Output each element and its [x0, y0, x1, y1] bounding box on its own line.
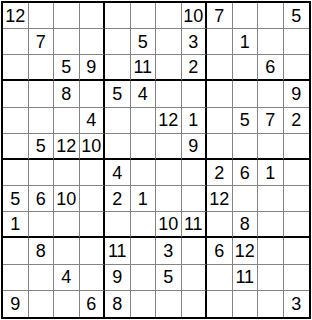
- cell-r6c3[interactable]: 12: [54, 134, 80, 160]
- cell-r11c10[interactable]: 11: [233, 265, 259, 291]
- cell-r12c4[interactable]: 6: [80, 291, 106, 317]
- cell-r5c8[interactable]: 1: [182, 108, 208, 134]
- cell-r6c12[interactable]: [284, 134, 310, 160]
- cell-r1c7[interactable]: [156, 3, 182, 29]
- cell-r7c10[interactable]: 6: [233, 160, 259, 186]
- cell-r2c3[interactable]: [54, 29, 80, 55]
- cell-r3c11[interactable]: 6: [258, 55, 284, 81]
- cell-r3c1[interactable]: [3, 55, 29, 81]
- cell-r2c12[interactable]: [284, 29, 310, 55]
- cell-r4c4[interactable]: [80, 81, 106, 107]
- cell-r4c5[interactable]: 5: [105, 81, 131, 107]
- cell-r1c1[interactable]: 12: [3, 3, 29, 29]
- cell-r1c5[interactable]: [105, 3, 131, 29]
- cell-r6c2[interactable]: 5: [29, 134, 55, 160]
- cell-r6c11[interactable]: [258, 134, 284, 160]
- cell-r5c10[interactable]: 5: [233, 108, 259, 134]
- cell-r4c1[interactable]: [3, 81, 29, 107]
- cell-r6c8[interactable]: 9: [182, 134, 208, 160]
- cell-r4c3[interactable]: 8: [54, 81, 80, 107]
- cell-r10c4[interactable]: [80, 238, 106, 264]
- cell-r12c7[interactable]: [156, 291, 182, 317]
- cell-r1c2[interactable]: [29, 3, 55, 29]
- cell-r1c10[interactable]: [233, 3, 259, 29]
- cell-r1c4[interactable]: [80, 3, 106, 29]
- cell-r12c11[interactable]: [258, 291, 284, 317]
- cell-r2c10[interactable]: 1: [233, 29, 259, 55]
- cell-r9c3[interactable]: [54, 212, 80, 238]
- cell-r3c10[interactable]: [233, 55, 259, 81]
- cell-r8c2[interactable]: 6: [29, 186, 55, 212]
- cell-r6c10[interactable]: [233, 134, 259, 160]
- cell-r3c4[interactable]: 9: [80, 55, 106, 81]
- cell-r2c9[interactable]: [207, 29, 233, 55]
- cell-r9c2[interactable]: [29, 212, 55, 238]
- cell-r9c5[interactable]: [105, 212, 131, 238]
- cell-r10c9[interactable]: 6: [207, 238, 233, 264]
- cell-r4c9[interactable]: [207, 81, 233, 107]
- cell-r12c2[interactable]: [29, 291, 55, 317]
- cell-r9c10[interactable]: 8: [233, 212, 259, 238]
- cell-r2c11[interactable]: [258, 29, 284, 55]
- cell-r12c1[interactable]: 9: [3, 291, 29, 317]
- cell-r6c4[interactable]: 10: [80, 134, 106, 160]
- cell-r10c3[interactable]: [54, 238, 80, 264]
- cell-r2c1[interactable]: [3, 29, 29, 55]
- cell-r3c5[interactable]: [105, 55, 131, 81]
- cell-r11c7[interactable]: 5: [156, 265, 182, 291]
- cell-r8c5[interactable]: 2: [105, 186, 131, 212]
- cell-r6c7[interactable]: [156, 134, 182, 160]
- cell-r8c12[interactable]: [284, 186, 310, 212]
- cell-r7c11[interactable]: 1: [258, 160, 284, 186]
- cell-r9c12[interactable]: [284, 212, 310, 238]
- cell-r3c2[interactable]: [29, 55, 55, 81]
- cell-r8c11[interactable]: [258, 186, 284, 212]
- cell-r11c1[interactable]: [3, 265, 29, 291]
- cell-r10c10[interactable]: 12: [233, 238, 259, 264]
- cell-r6c6[interactable]: [131, 134, 157, 160]
- cell-r3c7[interactable]: [156, 55, 182, 81]
- cell-r10c12[interactable]: [284, 238, 310, 264]
- cell-r12c10[interactable]: [233, 291, 259, 317]
- cell-r5c11[interactable]: 7: [258, 108, 284, 134]
- cell-r5c9[interactable]: [207, 108, 233, 134]
- cell-r12c9[interactable]: [207, 291, 233, 317]
- cell-r3c3[interactable]: 5: [54, 55, 80, 81]
- cell-r9c4[interactable]: [80, 212, 106, 238]
- cell-r5c4[interactable]: 4: [80, 108, 106, 134]
- cell-r8c7[interactable]: [156, 186, 182, 212]
- cell-r7c8[interactable]: [182, 160, 208, 186]
- cell-r10c7[interactable]: 3: [156, 238, 182, 264]
- cell-r11c3[interactable]: 4: [54, 265, 80, 291]
- cell-r12c12[interactable]: 3: [284, 291, 310, 317]
- cell-r2c6[interactable]: 5: [131, 29, 157, 55]
- cell-r2c2[interactable]: 7: [29, 29, 55, 55]
- cell-r9c7[interactable]: 10: [156, 212, 182, 238]
- cell-r8c3[interactable]: 10: [54, 186, 80, 212]
- cell-r2c7[interactable]: [156, 29, 182, 55]
- cell-r6c5[interactable]: [105, 134, 131, 160]
- cell-r6c1[interactable]: [3, 134, 29, 160]
- cell-r4c12[interactable]: 9: [284, 81, 310, 107]
- cell-r1c8[interactable]: 10: [182, 3, 208, 29]
- cell-r10c5[interactable]: 11: [105, 238, 131, 264]
- cell-r1c3[interactable]: [54, 3, 80, 29]
- cell-r10c1[interactable]: [3, 238, 29, 264]
- cell-r7c4[interactable]: [80, 160, 106, 186]
- cell-r8c9[interactable]: 12: [207, 186, 233, 212]
- cell-r10c6[interactable]: [131, 238, 157, 264]
- cell-r11c12[interactable]: [284, 265, 310, 291]
- cell-r5c3[interactable]: [54, 108, 80, 134]
- cell-r5c6[interactable]: [131, 108, 157, 134]
- cell-r11c9[interactable]: [207, 265, 233, 291]
- cell-r12c8[interactable]: [182, 291, 208, 317]
- cell-r3c6[interactable]: 11: [131, 55, 157, 81]
- cell-r1c9[interactable]: 7: [207, 3, 233, 29]
- cell-r3c9[interactable]: [207, 55, 233, 81]
- cell-r10c8[interactable]: [182, 238, 208, 264]
- cell-r7c6[interactable]: [131, 160, 157, 186]
- cell-r2c5[interactable]: [105, 29, 131, 55]
- cell-r1c12[interactable]: 5: [284, 3, 310, 29]
- cell-r8c4[interactable]: [80, 186, 106, 212]
- cell-r4c8[interactable]: [182, 81, 208, 107]
- cell-r5c5[interactable]: [105, 108, 131, 134]
- cell-r4c7[interactable]: [156, 81, 182, 107]
- cell-r5c7[interactable]: 12: [156, 108, 182, 134]
- cell-r6c9[interactable]: [207, 134, 233, 160]
- cell-r3c8[interactable]: 2: [182, 55, 208, 81]
- cell-r8c10[interactable]: [233, 186, 259, 212]
- cell-r4c6[interactable]: 4: [131, 81, 157, 107]
- cell-r9c1[interactable]: 1: [3, 212, 29, 238]
- cell-r11c2[interactable]: [29, 265, 55, 291]
- cell-r5c12[interactable]: 2: [284, 108, 310, 134]
- cell-r7c12[interactable]: [284, 160, 310, 186]
- cell-r9c11[interactable]: [258, 212, 284, 238]
- cell-r7c9[interactable]: 2: [207, 160, 233, 186]
- cell-r7c2[interactable]: [29, 160, 55, 186]
- cell-r7c7[interactable]: [156, 160, 182, 186]
- cell-r11c4[interactable]: [80, 265, 106, 291]
- cell-r11c11[interactable]: [258, 265, 284, 291]
- cell-r12c6[interactable]: [131, 291, 157, 317]
- cell-r11c5[interactable]: 9: [105, 265, 131, 291]
- cell-r2c4[interactable]: [80, 29, 106, 55]
- cell-r9c9[interactable]: [207, 212, 233, 238]
- cell-r5c2[interactable]: [29, 108, 55, 134]
- cell-r8c1[interactable]: 5: [3, 186, 29, 212]
- cell-r8c6[interactable]: 1: [131, 186, 157, 212]
- cell-r5c1[interactable]: [3, 108, 29, 134]
- cell-r11c8[interactable]: [182, 265, 208, 291]
- cell-r9c6[interactable]: [131, 212, 157, 238]
- cell-r8c8[interactable]: [182, 186, 208, 212]
- cell-r11c6[interactable]: [131, 265, 157, 291]
- cell-r2c8[interactable]: 3: [182, 29, 208, 55]
- cell-r10c2[interactable]: 8: [29, 238, 55, 264]
- cell-r12c5[interactable]: 8: [105, 291, 131, 317]
- cell-r1c11[interactable]: [258, 3, 284, 29]
- cell-r4c11[interactable]: [258, 81, 284, 107]
- cell-r7c3[interactable]: [54, 160, 80, 186]
- cell-r4c10[interactable]: [233, 81, 259, 107]
- cell-r10c11[interactable]: [258, 238, 284, 264]
- sudoku-board: 1210757531591126854941215725121094261561…: [1, 1, 311, 319]
- cell-r12c3[interactable]: [54, 291, 80, 317]
- cell-r3c12[interactable]: [284, 55, 310, 81]
- cell-r1c6[interactable]: [131, 3, 157, 29]
- cell-r4c2[interactable]: [29, 81, 55, 107]
- cell-r7c1[interactable]: [3, 160, 29, 186]
- cell-r9c8[interactable]: 11: [182, 212, 208, 238]
- cell-r7c5[interactable]: 4: [105, 160, 131, 186]
